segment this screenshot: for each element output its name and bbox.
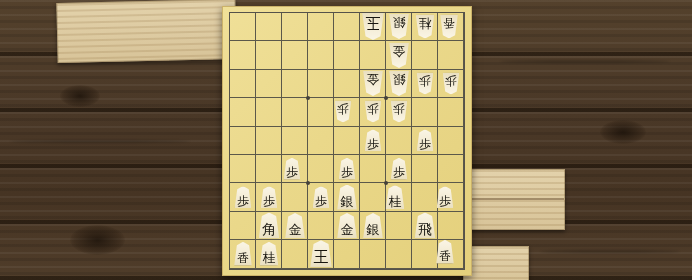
square-4h[interactable]: 銀: [360, 212, 386, 240]
piece-kanji: 歩: [445, 73, 457, 87]
piece-sente-king[interactable]: 王: [310, 240, 332, 267]
square-7h[interactable]: 金: [282, 212, 308, 240]
light-plank-bottom-right: [463, 246, 529, 280]
square-4i[interactable]: [360, 240, 386, 268]
square-8g[interactable]: 歩: [256, 183, 282, 211]
square-3d[interactable]: 歩: [386, 98, 412, 126]
square-7a[interactable]: [282, 13, 308, 41]
square-1d[interactable]: [438, 98, 464, 126]
square-7i[interactable]: [282, 240, 308, 268]
square-9f[interactable]: [230, 155, 256, 183]
square-5h[interactable]: 金: [334, 212, 360, 240]
piece-gote-silver[interactable]: 銀: [389, 14, 409, 39]
square-6a[interactable]: [308, 13, 334, 41]
piece-kanji: 香: [443, 15, 455, 29]
piece-kanji: 歩: [367, 101, 379, 115]
piece-sente-pawn[interactable]: 歩: [417, 129, 434, 151]
wood-knot: [60, 85, 100, 107]
piece-sente-lance[interactable]: 香: [436, 240, 454, 264]
square-9a[interactable]: [230, 13, 256, 41]
piece-kanji: 歩: [419, 137, 431, 151]
piece-kanji: 金: [289, 223, 302, 238]
square-6d[interactable]: [308, 98, 334, 126]
piece-kanji: 香: [237, 252, 249, 266]
shogi-board: 玉銀桂香金金銀歩歩歩歩歩歩歩歩歩歩歩歩歩銀桂歩角金金銀飛香桂王香: [222, 6, 472, 276]
piece-kanji: 桂: [389, 194, 402, 209]
square-4c[interactable]: 金: [360, 70, 386, 98]
piece-kanji: 銀: [393, 71, 406, 86]
piece-kanji: 歩: [419, 73, 431, 87]
square-3h[interactable]: [386, 212, 412, 240]
piece-gote-lance[interactable]: 香: [440, 15, 458, 39]
square-4e[interactable]: 歩: [360, 127, 386, 155]
square-4a[interactable]: 玉: [360, 13, 386, 41]
square-6e[interactable]: [308, 127, 334, 155]
square-8a[interactable]: [256, 13, 282, 41]
piece-kanji: 角: [262, 222, 276, 238]
piece-sente-pawn[interactable]: 歩: [313, 186, 330, 208]
piece-kanji: 歩: [315, 194, 327, 208]
piece-sente-pawn[interactable]: 歩: [437, 186, 454, 208]
square-7g[interactable]: [282, 183, 308, 211]
piece-kanji: 金: [341, 223, 354, 238]
piece-kanji: 歩: [341, 166, 353, 180]
square-2a[interactable]: 桂: [412, 13, 438, 41]
wood-knot: [70, 225, 125, 255]
square-8b[interactable]: [256, 41, 282, 69]
piece-gote-silver[interactable]: 銀: [389, 71, 409, 96]
square-1a[interactable]: 香: [438, 13, 464, 41]
square-1h[interactable]: [438, 212, 464, 240]
wood-grain-streak: [540, 250, 680, 253]
square-3c[interactable]: 銀: [386, 70, 412, 98]
wood-grain-streak: [10, 140, 190, 143]
piece-sente-silver[interactable]: 銀: [337, 185, 357, 210]
square-2e[interactable]: 歩: [412, 127, 438, 155]
piece-gote-pawn[interactable]: 歩: [335, 101, 352, 123]
square-7f[interactable]: 歩: [282, 155, 308, 183]
square-8i[interactable]: 桂: [256, 240, 282, 268]
piece-kanji: 歩: [286, 166, 298, 180]
square-3e[interactable]: [386, 127, 412, 155]
piece-sente-pawn[interactable]: 歩: [365, 129, 382, 151]
piece-kanji: 歩: [393, 101, 405, 115]
square-3a[interactable]: 銀: [386, 13, 412, 41]
square-2d[interactable]: [412, 98, 438, 126]
piece-kanji: 歩: [263, 194, 275, 208]
wood-grain-streak: [500, 60, 670, 63]
square-4b[interactable]: [360, 41, 386, 69]
piece-kanji: 銀: [393, 14, 406, 29]
piece-kanji: 王: [314, 250, 329, 267]
piece-gote-king[interactable]: 玉: [362, 13, 384, 40]
square-6g[interactable]: 歩: [308, 183, 334, 211]
square-7b[interactable]: [282, 41, 308, 69]
piece-gote-gold[interactable]: 金: [363, 71, 383, 96]
square-1e[interactable]: [438, 127, 464, 155]
square-9h[interactable]: [230, 212, 256, 240]
square-8c[interactable]: [256, 70, 282, 98]
square-1c[interactable]: 歩: [438, 70, 464, 98]
piece-sente-pawn[interactable]: 歩: [391, 158, 408, 180]
square-8f[interactable]: [256, 155, 282, 183]
square-9d[interactable]: [230, 98, 256, 126]
square-1g[interactable]: 歩: [438, 183, 464, 211]
square-5c[interactable]: [334, 70, 360, 98]
square-9i[interactable]: 香: [230, 240, 256, 268]
piece-sente-pawn[interactable]: 歩: [339, 158, 356, 180]
piece-kanji: 歩: [237, 194, 249, 208]
square-2g[interactable]: [412, 183, 438, 211]
piece-kanji: 歩: [367, 137, 379, 151]
square-7e[interactable]: [282, 127, 308, 155]
light-plank-right: [463, 169, 565, 230]
table-scene: 玉銀桂香金金銀歩歩歩歩歩歩歩歩歩歩歩歩歩銀桂歩角金金銀飛香桂王香: [0, 0, 692, 280]
piece-sente-bishop[interactable]: 角: [259, 212, 280, 238]
wood-knot: [600, 120, 646, 144]
piece-kanji: 歩: [337, 101, 349, 115]
piece-kanji: 銀: [367, 223, 380, 238]
piece-kanji: 銀: [341, 195, 354, 210]
piece-sente-lance[interactable]: 香: [234, 242, 252, 266]
piece-sente-pawn[interactable]: 歩: [284, 158, 301, 180]
piece-kanji: 香: [439, 250, 451, 264]
square-5g[interactable]: 銀: [334, 183, 360, 211]
square-5f[interactable]: 歩: [334, 155, 360, 183]
square-4g[interactable]: [360, 183, 386, 211]
square-9c[interactable]: [230, 70, 256, 98]
square-6f[interactable]: [308, 155, 334, 183]
piece-gote-pawn[interactable]: 歩: [417, 73, 434, 95]
square-7d[interactable]: [282, 98, 308, 126]
square-8e[interactable]: [256, 127, 282, 155]
square-6i[interactable]: 王: [308, 240, 334, 268]
piece-kanji: 飛: [418, 222, 432, 238]
piece-gote-gold[interactable]: 金: [389, 43, 409, 68]
square-7c[interactable]: [282, 70, 308, 98]
light-plank-top-left: [56, 0, 236, 63]
square-5i[interactable]: [334, 240, 360, 268]
square-9b[interactable]: [230, 41, 256, 69]
square-2f[interactable]: [412, 155, 438, 183]
square-9g[interactable]: 歩: [230, 183, 256, 211]
square-3b[interactable]: 金: [386, 41, 412, 69]
square-9e[interactable]: [230, 127, 256, 155]
square-1f[interactable]: [438, 155, 464, 183]
piece-sente-rook[interactable]: 飛: [415, 212, 436, 238]
piece-kanji: 金: [393, 43, 406, 58]
square-1i[interactable]: 香: [438, 240, 464, 268]
square-2c[interactable]: 歩: [412, 70, 438, 98]
square-3i[interactable]: [386, 240, 412, 268]
square-3f[interactable]: 歩: [386, 155, 412, 183]
piece-kanji: 玉: [366, 13, 381, 30]
piece-gote-pawn[interactable]: 歩: [391, 101, 408, 123]
square-5e[interactable]: [334, 127, 360, 155]
piece-gote-pawn[interactable]: 歩: [443, 73, 460, 95]
piece-gote-pawn[interactable]: 歩: [365, 101, 382, 123]
piece-sente-pawn[interactable]: 歩: [261, 186, 278, 208]
board-grid: 玉銀桂香金金銀歩歩歩歩歩歩歩歩歩歩歩歩歩銀桂歩角金金銀飛香桂王香: [229, 12, 465, 270]
square-8d[interactable]: [256, 98, 282, 126]
piece-kanji: 桂: [419, 15, 432, 30]
piece-gote-knight[interactable]: 桂: [416, 15, 435, 39]
piece-sente-gold[interactable]: 金: [285, 213, 305, 238]
piece-sente-silver[interactable]: 銀: [363, 213, 383, 238]
square-1b[interactable]: [438, 41, 464, 69]
square-4d[interactable]: 歩: [360, 98, 386, 126]
square-6c[interactable]: [308, 70, 334, 98]
plank-seam: [464, 198, 564, 200]
piece-sente-knight[interactable]: 桂: [260, 242, 279, 266]
square-2i[interactable]: [412, 240, 438, 268]
square-3g[interactable]: 桂: [386, 183, 412, 211]
piece-sente-gold[interactable]: 金: [337, 213, 357, 238]
piece-sente-knight[interactable]: 桂: [386, 185, 405, 209]
square-5d[interactable]: 歩: [334, 98, 360, 126]
piece-kanji: 金: [367, 71, 380, 86]
square-6h[interactable]: [308, 212, 334, 240]
piece-kanji: 桂: [263, 251, 276, 266]
square-8h[interactable]: 角: [256, 212, 282, 240]
piece-kanji: 歩: [439, 194, 451, 208]
square-2b[interactable]: [412, 41, 438, 69]
square-5b[interactable]: [334, 41, 360, 69]
square-2h[interactable]: 飛: [412, 212, 438, 240]
square-4f[interactable]: [360, 155, 386, 183]
piece-sente-pawn[interactable]: 歩: [235, 186, 252, 208]
square-5a[interactable]: [334, 13, 360, 41]
piece-kanji: 歩: [393, 166, 405, 180]
square-6b[interactable]: [308, 41, 334, 69]
